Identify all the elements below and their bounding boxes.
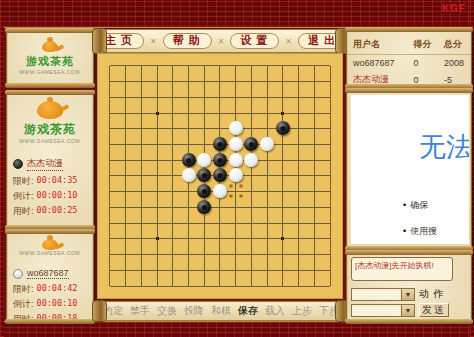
board-cell-o15[interactable] xyxy=(322,58,338,74)
game-window: KGF 游戏茶苑 WWW.GAMESEA.COM 游戏茶苑 WWW.GAMESE… xyxy=(0,0,474,337)
board-cell-k1[interactable] xyxy=(259,278,275,294)
error-suggestion-0: 确保 xyxy=(403,199,437,212)
board-cell-e14[interactable] xyxy=(165,74,181,90)
board-cell-j4[interactable] xyxy=(244,231,260,247)
board-cell-m10[interactable] xyxy=(291,137,307,153)
used-value: 00:00:25 xyxy=(37,205,78,218)
board-cell-m14[interactable] xyxy=(291,74,307,90)
board-cell-e15[interactable] xyxy=(165,58,181,74)
board-cell-n11[interactable] xyxy=(307,121,323,137)
board-cell-j6[interactable] xyxy=(244,200,260,216)
score-row-score: 0 xyxy=(407,70,437,88)
board-cell-j14[interactable] xyxy=(244,74,260,90)
board-cell-h10[interactable]: ● xyxy=(212,137,228,153)
score-row-username: wo687687 xyxy=(353,58,395,68)
toolbar-item-4[interactable]: 和棋 xyxy=(211,304,231,318)
board-cell-a8[interactable] xyxy=(102,168,118,184)
board-cell-f10[interactable] xyxy=(181,137,197,153)
board-cell-c4[interactable] xyxy=(133,231,149,247)
board-cell-o5[interactable] xyxy=(322,215,338,231)
board-cell-g3[interactable] xyxy=(196,247,212,263)
board-cell-n15[interactable] xyxy=(307,58,323,74)
board-cell-n5[interactable] xyxy=(307,215,323,231)
browser-error-panel: 无法 确保使用搜 xyxy=(346,90,472,249)
board-cell-c10[interactable] xyxy=(133,137,149,153)
countdown-value: 00:00:10 xyxy=(37,190,78,203)
board-cell-m13[interactable] xyxy=(291,89,307,105)
board-cell-c3[interactable] xyxy=(133,247,149,263)
border-ornament-top xyxy=(0,0,474,28)
board-cell-n14[interactable] xyxy=(307,74,323,90)
board-cell-k9[interactable] xyxy=(259,152,275,168)
board-cell-n10[interactable] xyxy=(307,137,323,153)
board-cell-j11[interactable] xyxy=(244,121,260,137)
teapot-logo-icon xyxy=(42,239,58,250)
board-cell-c12[interactable] xyxy=(133,105,149,121)
board-cell-a13[interactable] xyxy=(102,89,118,105)
board-cell-o8[interactable] xyxy=(322,168,338,184)
board-cell-e8[interactable] xyxy=(165,168,181,184)
logo-panel: 游戏茶苑 WWW.GAMESEA.COM xyxy=(6,30,94,86)
limit-value: 00:04:35 xyxy=(37,175,78,188)
used-label: 用时: xyxy=(13,205,34,218)
board-cell-h8[interactable]: ● xyxy=(212,168,228,184)
board-cell-n13[interactable] xyxy=(307,89,323,105)
board-cell-o12[interactable] xyxy=(322,105,338,121)
board-cell-f4[interactable] xyxy=(181,231,197,247)
board-cell-g10[interactable] xyxy=(196,137,212,153)
board-cell-o3[interactable] xyxy=(322,247,338,263)
board-cell-o7[interactable] xyxy=(322,184,338,200)
white-stone: ● xyxy=(229,121,243,135)
board-cell-k14[interactable] xyxy=(259,74,275,90)
board-cell-n2[interactable] xyxy=(307,263,323,279)
board-cell-e1[interactable] xyxy=(165,278,181,294)
board-cell-i11[interactable]: ● xyxy=(228,121,244,137)
star-point xyxy=(281,112,284,115)
board-cell-m7[interactable] xyxy=(291,184,307,200)
board-cell-o9[interactable] xyxy=(322,152,338,168)
board-cell-e6[interactable] xyxy=(165,200,181,216)
menu-separator-ornament: ✕ xyxy=(285,37,292,46)
board-cell-b8[interactable] xyxy=(118,168,134,184)
board-cell-k12[interactable] xyxy=(259,105,275,121)
board-cell-m3[interactable] xyxy=(291,247,307,263)
board-cell-j9[interactable]: ● xyxy=(244,152,260,168)
board-cell-a15[interactable] xyxy=(102,58,118,74)
board-cell-m9[interactable] xyxy=(291,152,307,168)
board-cell-b12[interactable] xyxy=(118,105,134,121)
board-cell-l6[interactable] xyxy=(275,200,291,216)
board-cell-l1[interactable] xyxy=(275,278,291,294)
board-cell-b6[interactable] xyxy=(118,200,134,216)
menu-separator-ornament: ✕ xyxy=(150,37,157,46)
chevron-down-icon[interactable]: ▼ xyxy=(401,289,414,300)
board-cell-d8[interactable] xyxy=(149,168,165,184)
board-cell-d7[interactable] xyxy=(149,184,165,200)
board-cell-h5[interactable] xyxy=(212,215,228,231)
board-cell-i13[interactable] xyxy=(228,89,244,105)
board-cell-j1[interactable] xyxy=(244,278,260,294)
board-cell-g12[interactable] xyxy=(196,105,212,121)
board-cell-o1[interactable] xyxy=(322,278,338,294)
black-stone-icon xyxy=(13,159,23,169)
board-grid: ●●●●●●●●●●●●●●●●●● xyxy=(102,58,338,294)
board-cell-a11[interactable] xyxy=(102,121,118,137)
board-cell-i8[interactable]: ● xyxy=(228,168,244,184)
score-row-score: 0 xyxy=(407,55,437,71)
board-cell-l15[interactable] xyxy=(275,58,291,74)
limit-label: 限时: xyxy=(13,283,34,296)
score-panel: 用户名得分总分 wo68768702008杰杰动漫0-5 xyxy=(346,29,472,87)
star-point xyxy=(156,112,159,115)
board-cell-m2[interactable] xyxy=(291,263,307,279)
board-cell-b5[interactable] xyxy=(118,215,134,231)
board-cell-f12[interactable] xyxy=(181,105,197,121)
board-cell-m5[interactable] xyxy=(291,215,307,231)
board-cell-d9[interactable] xyxy=(149,152,165,168)
board-cell-d15[interactable] xyxy=(149,58,165,74)
board-cell-k8[interactable] xyxy=(259,168,275,184)
toolbar-item-1[interactable]: 禁手 xyxy=(130,304,150,318)
board-cell-k7[interactable] xyxy=(259,184,275,200)
board-cell-n12[interactable] xyxy=(307,105,323,121)
board-cell-d12[interactable] xyxy=(149,105,165,121)
menu-item-2[interactable]: 设置 xyxy=(230,33,279,49)
white-player-name: wo687687 xyxy=(27,268,69,279)
scroll-cap-left xyxy=(92,28,107,54)
board-cell-e5[interactable] xyxy=(165,215,181,231)
board-cell-b3[interactable] xyxy=(118,247,134,263)
white-stone: ● xyxy=(213,184,227,198)
browser-error-page: 无法 确保使用搜 xyxy=(351,95,469,244)
toolbar-item-5[interactable]: 保存 xyxy=(238,304,258,318)
board-cell-c2[interactable] xyxy=(133,263,149,279)
board-cell-d10[interactable] xyxy=(149,137,165,153)
black-stone: ● xyxy=(244,137,258,151)
board-cell-a2[interactable] xyxy=(102,263,118,279)
teapot-logo-icon xyxy=(37,101,63,119)
board-cell-i4[interactable] xyxy=(228,231,244,247)
board-cell-h9[interactable]: ● xyxy=(212,152,228,168)
board-cell-a7[interactable] xyxy=(102,184,118,200)
board-cell-g13[interactable] xyxy=(196,89,212,105)
board-cell-g11[interactable] xyxy=(196,121,212,137)
board-cell-g6[interactable]: ● xyxy=(196,200,212,216)
board-cell-d6[interactable] xyxy=(149,200,165,216)
board-cell-j15[interactable] xyxy=(244,58,260,74)
limit-value: 00:04:42 xyxy=(37,283,78,296)
board-cell-k2[interactable] xyxy=(259,263,275,279)
board-cell-h14[interactable] xyxy=(212,74,228,90)
board-cell-a9[interactable] xyxy=(102,152,118,168)
board-cell-o14[interactable] xyxy=(322,74,338,90)
board-cell-h3[interactable] xyxy=(212,247,228,263)
board-cell-l12[interactable] xyxy=(275,105,291,121)
board-cell-l14[interactable] xyxy=(275,74,291,90)
black-stone: ● xyxy=(276,121,290,135)
board-cell-d11[interactable] xyxy=(149,121,165,137)
board-cell-f6[interactable] xyxy=(181,200,197,216)
board-cell-g7[interactable]: ● xyxy=(196,184,212,200)
board-cell-o6[interactable] xyxy=(322,200,338,216)
board-cell-m6[interactable] xyxy=(291,200,307,216)
board-cell-e2[interactable] xyxy=(165,263,181,279)
toolbar-item-3[interactable]: 投降 xyxy=(184,304,204,318)
board-cell-m11[interactable] xyxy=(291,121,307,137)
board-cell-k6[interactable] xyxy=(259,200,275,216)
board-cell-n7[interactable] xyxy=(307,184,323,200)
board-cell-b9[interactable] xyxy=(118,152,134,168)
board-cell-c6[interactable] xyxy=(133,200,149,216)
board-cell-k11[interactable] xyxy=(259,121,275,137)
bottom-toolbar: 约定禁手交换投降和棋保存载入上步下步 xyxy=(97,301,345,321)
score-header-0: 用户名 xyxy=(347,36,407,55)
board-cell-i14[interactable] xyxy=(228,74,244,90)
board-cell-g4[interactable] xyxy=(196,231,212,247)
board-cell-d4[interactable] xyxy=(149,231,165,247)
score-row-total: 2008 xyxy=(438,55,471,71)
board-cell-a4[interactable] xyxy=(102,231,118,247)
board-cell-b10[interactable] xyxy=(118,137,134,153)
board-cell-l9[interactable] xyxy=(275,152,291,168)
board-cell-i9[interactable]: ● xyxy=(228,152,244,168)
score-row-1: 杰杰动漫0-5 xyxy=(347,70,471,88)
board-cell-b11[interactable] xyxy=(118,121,134,137)
action-dropdown[interactable]: ▼ xyxy=(351,288,415,301)
brand-name: 游戏茶苑 xyxy=(24,121,76,138)
gomoku-board[interactable]: ●●●●●●●●●●●●●●●●●● xyxy=(97,53,343,299)
board-cell-b7[interactable] xyxy=(118,184,134,200)
board-cell-h6[interactable] xyxy=(212,200,228,216)
board-cell-n8[interactable] xyxy=(307,168,323,184)
board-cell-e12[interactable] xyxy=(165,105,181,121)
board-cell-o11[interactable] xyxy=(322,121,338,137)
board-cell-i2[interactable] xyxy=(228,263,244,279)
board-cell-c7[interactable] xyxy=(133,184,149,200)
board-cell-d1[interactable] xyxy=(149,278,165,294)
black-player-name: 杰杰动漫 xyxy=(27,157,63,171)
board-cell-f2[interactable] xyxy=(181,263,197,279)
board-cell-e10[interactable] xyxy=(165,137,181,153)
board-cell-b1[interactable] xyxy=(118,278,134,294)
black-stone: ● xyxy=(213,153,227,167)
board-cell-g15[interactable] xyxy=(196,58,212,74)
board-cell-c11[interactable] xyxy=(133,121,149,137)
board-cell-n1[interactable] xyxy=(307,278,323,294)
board-cell-a3[interactable] xyxy=(102,247,118,263)
board-cell-k3[interactable] xyxy=(259,247,275,263)
board-cell-k10[interactable]: ● xyxy=(259,137,275,153)
board-cell-e11[interactable] xyxy=(165,121,181,137)
menu-separator-ornament: ✕ xyxy=(218,37,225,46)
board-cell-c9[interactable] xyxy=(133,152,149,168)
board-cell-d3[interactable] xyxy=(149,247,165,263)
board-cell-f7[interactable] xyxy=(181,184,197,200)
error-heading: 无法 xyxy=(419,129,469,165)
board-cell-m15[interactable] xyxy=(291,58,307,74)
white-stone-icon xyxy=(13,269,23,279)
board-cell-a6[interactable] xyxy=(102,200,118,216)
board-cell-m8[interactable] xyxy=(291,168,307,184)
board-cell-h13[interactable] xyxy=(212,89,228,105)
toolbar-item-7[interactable]: 上步 xyxy=(292,304,312,318)
board-cell-f15[interactable] xyxy=(181,58,197,74)
board-cell-g14[interactable] xyxy=(196,74,212,90)
board-cell-m12[interactable] xyxy=(291,105,307,121)
board-cell-n9[interactable] xyxy=(307,152,323,168)
board-cell-i5[interactable] xyxy=(228,215,244,231)
board-cell-j13[interactable] xyxy=(244,89,260,105)
board-cell-b15[interactable] xyxy=(118,58,134,74)
board-cell-l13[interactable] xyxy=(275,89,291,105)
countdown-label: 倒计: xyxy=(13,190,34,203)
board-cell-f9[interactable]: ● xyxy=(181,152,197,168)
score-table: 用户名得分总分 wo68768702008杰杰动漫0-5 xyxy=(347,36,471,88)
toolbar-item-6[interactable]: 载入 xyxy=(265,304,285,318)
board-cell-d5[interactable] xyxy=(149,215,165,231)
board-cell-l3[interactable] xyxy=(275,247,291,263)
board-cell-d13[interactable] xyxy=(149,89,165,105)
board-cell-h15[interactable] xyxy=(212,58,228,74)
board-cell-c14[interactable] xyxy=(133,74,149,90)
score-row-0: wo68768702008 xyxy=(347,55,471,71)
board-cell-f11[interactable] xyxy=(181,121,197,137)
board-cell-i12[interactable] xyxy=(228,105,244,121)
white-stone: ● xyxy=(182,168,196,182)
board-cell-j5[interactable] xyxy=(244,215,260,231)
brand-site-url: WWW.GAMESEA.COM xyxy=(20,138,80,143)
board-cell-b4[interactable] xyxy=(118,231,134,247)
board-cell-a5[interactable] xyxy=(102,215,118,231)
board-cell-a1[interactable] xyxy=(102,278,118,294)
board-cell-o10[interactable] xyxy=(322,137,338,153)
board-cell-o2[interactable] xyxy=(322,263,338,279)
board-cell-j3[interactable] xyxy=(244,247,260,263)
board-cell-i10[interactable]: ● xyxy=(228,137,244,153)
board-cell-l11[interactable]: ● xyxy=(275,121,291,137)
board-cell-n4[interactable] xyxy=(307,231,323,247)
board-cell-f13[interactable] xyxy=(181,89,197,105)
board-cell-g5[interactable] xyxy=(196,215,212,231)
board-cell-l5[interactable] xyxy=(275,215,291,231)
black-player-info: 杰杰动漫 限时:00:04:35 倒计:00:00:10 用时:00:00:25 xyxy=(7,151,93,223)
board-cell-m1[interactable] xyxy=(291,278,307,294)
board-cell-f1[interactable] xyxy=(181,278,197,294)
board-cell-h2[interactable] xyxy=(212,263,228,279)
board-cell-g2[interactable] xyxy=(196,263,212,279)
board-cell-b2[interactable] xyxy=(118,263,134,279)
score-header-1: 得分 xyxy=(407,36,437,55)
menu-item-1[interactable]: 帮助 xyxy=(163,33,212,49)
star-point xyxy=(281,237,284,240)
board-cell-h11[interactable] xyxy=(212,121,228,137)
board-cell-b13[interactable] xyxy=(118,89,134,105)
toolbar-item-2[interactable]: 交换 xyxy=(157,304,177,318)
board-cell-k4[interactable] xyxy=(259,231,275,247)
board-cell-i3[interactable] xyxy=(228,247,244,263)
board-cell-i6[interactable] xyxy=(228,200,244,216)
black-stone: ● xyxy=(213,168,227,182)
countdown-label: 倒计: xyxy=(13,298,34,311)
board-cell-h7[interactable]: ● xyxy=(212,184,228,200)
board-cell-c15[interactable] xyxy=(133,58,149,74)
board-cell-c5[interactable] xyxy=(133,215,149,231)
board-cell-j12[interactable] xyxy=(244,105,260,121)
border-ornament-left xyxy=(0,0,4,337)
send-button[interactable]: 发送 xyxy=(419,303,449,317)
board-cell-a10[interactable] xyxy=(102,137,118,153)
board-cell-c13[interactable] xyxy=(133,89,149,105)
board-cell-e3[interactable] xyxy=(165,247,181,263)
board-cell-b14[interactable] xyxy=(118,74,134,90)
board-cell-a14[interactable] xyxy=(102,74,118,90)
board-cell-n3[interactable] xyxy=(307,247,323,263)
board-cell-k5[interactable] xyxy=(259,215,275,231)
board-cell-i7[interactable] xyxy=(228,184,244,200)
board-cell-f14[interactable] xyxy=(181,74,197,90)
chevron-down-icon[interactable]: ▼ xyxy=(401,305,414,316)
error-suggestion-1: 使用搜 xyxy=(403,225,437,238)
message-dropdown[interactable]: ▼ xyxy=(351,304,415,317)
board-cell-f5[interactable] xyxy=(181,215,197,231)
action-label: 动作 xyxy=(419,287,447,301)
board-cell-l7[interactable] xyxy=(275,184,291,200)
board-cell-d2[interactable] xyxy=(149,263,165,279)
black-stone: ● xyxy=(213,137,227,151)
board-cell-j8[interactable] xyxy=(244,168,260,184)
used-value: 00:00:18 xyxy=(37,313,78,326)
board-cell-e9[interactable] xyxy=(165,152,181,168)
board-cell-j10[interactable]: ● xyxy=(244,137,260,153)
board-cell-i15[interactable] xyxy=(228,58,244,74)
board-cell-h4[interactable] xyxy=(212,231,228,247)
board-cell-c8[interactable] xyxy=(133,168,149,184)
board-cell-k13[interactable] xyxy=(259,89,275,105)
board-cell-f8[interactable]: ● xyxy=(181,168,197,184)
board-cell-e7[interactable] xyxy=(165,184,181,200)
board-cell-l10[interactable] xyxy=(275,137,291,153)
brand-site-url: WWW.GAMESEA.COM xyxy=(20,250,80,255)
brand-name: 游戏茶苑 xyxy=(26,54,74,69)
board-cell-n6[interactable] xyxy=(307,200,323,216)
board-cell-l2[interactable] xyxy=(275,263,291,279)
board-cell-c1[interactable] xyxy=(133,278,149,294)
board-cell-h1[interactable] xyxy=(212,278,228,294)
board-cell-k15[interactable] xyxy=(259,58,275,74)
teapot-logo-icon xyxy=(42,41,58,52)
board-cell-j7[interactable] xyxy=(244,184,260,200)
white-stone: ● xyxy=(244,153,258,167)
board-cell-d14[interactable] xyxy=(149,74,165,90)
board-cell-a12[interactable] xyxy=(102,105,118,121)
board-cell-e13[interactable] xyxy=(165,89,181,105)
board-cell-g8[interactable]: ● xyxy=(196,168,212,184)
board-cell-m4[interactable] xyxy=(291,231,307,247)
board-cell-e4[interactable] xyxy=(165,231,181,247)
board-cell-l4[interactable] xyxy=(275,231,291,247)
board-cell-f3[interactable] xyxy=(181,247,197,263)
board-cell-o4[interactable] xyxy=(322,231,338,247)
board-cell-h12[interactable] xyxy=(212,105,228,121)
board-cell-g9[interactable]: ● xyxy=(196,152,212,168)
board-cell-o13[interactable] xyxy=(322,89,338,105)
board-cell-g1[interactable] xyxy=(196,278,212,294)
board-cell-l8[interactable] xyxy=(275,168,291,184)
board-cell-i1[interactable] xyxy=(228,278,244,294)
black-stone: ● xyxy=(182,153,196,167)
board-cell-j2[interactable] xyxy=(244,263,260,279)
